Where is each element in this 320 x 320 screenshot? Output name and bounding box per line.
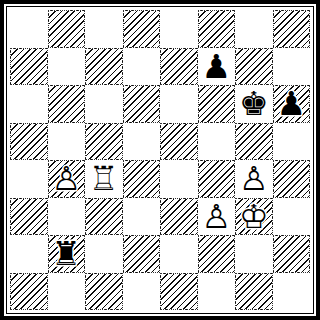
- piece-white-pawn-f3[interactable]: ♟♙: [198, 198, 236, 236]
- square-b4[interactable]: ♟♙: [48, 160, 86, 198]
- piece-black-pawn-f7[interactable]: ♟♟: [198, 48, 236, 86]
- square-c4[interactable]: ♜♖: [85, 160, 123, 198]
- square-a2[interactable]: [10, 235, 48, 273]
- square-c3[interactable]: [85, 198, 123, 236]
- square-a4[interactable]: [10, 160, 48, 198]
- square-c1[interactable]: [85, 273, 123, 311]
- square-h3[interactable]: [273, 198, 311, 236]
- square-h6[interactable]: ♟♟: [273, 85, 311, 123]
- square-f2[interactable]: [198, 235, 236, 273]
- square-b3[interactable]: [48, 198, 86, 236]
- square-b1[interactable]: [48, 273, 86, 311]
- square-f8[interactable]: [198, 10, 236, 48]
- white-pawn-icon: ♙: [239, 162, 269, 195]
- piece-white-rook-c4[interactable]: ♜♖: [85, 160, 123, 198]
- square-a8[interactable]: [10, 10, 48, 48]
- black-pawn-icon: ♟: [276, 87, 306, 120]
- piece-white-pawn-g4[interactable]: ♟♙: [235, 160, 273, 198]
- square-f7[interactable]: ♟♟: [198, 48, 236, 86]
- white-rook-icon: ♖: [89, 162, 119, 195]
- black-king-icon: ♚: [239, 87, 269, 120]
- square-f5[interactable]: [198, 123, 236, 161]
- square-e1[interactable]: [160, 273, 198, 311]
- square-e2[interactable]: [160, 235, 198, 273]
- piece-white-pawn-b4[interactable]: ♟♙: [49, 161, 85, 197]
- square-a1[interactable]: [10, 273, 48, 311]
- square-a6[interactable]: [10, 85, 48, 123]
- square-f1[interactable]: [198, 273, 236, 311]
- square-g1[interactable]: [235, 273, 273, 311]
- square-f4[interactable]: [198, 160, 236, 198]
- square-b2[interactable]: ♜♜: [48, 235, 86, 273]
- square-a5[interactable]: [10, 123, 48, 161]
- white-pawn-icon: ♙: [201, 200, 231, 233]
- square-h1[interactable]: [273, 273, 311, 311]
- square-b7[interactable]: [48, 48, 86, 86]
- square-e8[interactable]: [160, 10, 198, 48]
- square-g2[interactable]: [235, 235, 273, 273]
- square-g3[interactable]: ♚♔: [235, 198, 273, 236]
- square-h2[interactable]: [273, 235, 311, 273]
- square-c6[interactable]: [85, 85, 123, 123]
- square-c8[interactable]: [85, 10, 123, 48]
- square-d4[interactable]: [123, 160, 161, 198]
- white-pawn-icon: ♙: [51, 162, 81, 195]
- square-e6[interactable]: [160, 85, 198, 123]
- piece-black-rook-b2[interactable]: ♜♜: [49, 236, 85, 272]
- square-g4[interactable]: ♟♙: [235, 160, 273, 198]
- square-h8[interactable]: [273, 10, 311, 48]
- piece-black-pawn-h6[interactable]: ♟♟: [274, 86, 310, 122]
- square-a7[interactable]: [10, 48, 48, 86]
- square-a3[interactable]: [10, 198, 48, 236]
- piece-black-king-g6[interactable]: ♚♚: [235, 85, 273, 123]
- chess-board-inner-frame: ♟♟♚♚♟♟♟♙♜♖♟♙♟♙♚♔♜♜: [6, 6, 314, 314]
- white-king-icon: ♔: [239, 200, 269, 233]
- black-pawn-icon: ♟: [201, 50, 231, 83]
- square-c7[interactable]: [85, 48, 123, 86]
- square-d8[interactable]: [123, 10, 161, 48]
- piece-white-king-g3[interactable]: ♚♔: [236, 199, 272, 235]
- square-g8[interactable]: [235, 10, 273, 48]
- square-h5[interactable]: [273, 123, 311, 161]
- square-e3[interactable]: [160, 198, 198, 236]
- square-b5[interactable]: [48, 123, 86, 161]
- square-h4[interactable]: [273, 160, 311, 198]
- square-d2[interactable]: [123, 235, 161, 273]
- square-d1[interactable]: [123, 273, 161, 311]
- square-c2[interactable]: [85, 235, 123, 273]
- chess-board: ♟♟♚♚♟♟♟♙♜♖♟♙♟♙♚♔♜♜: [10, 10, 310, 310]
- square-e7[interactable]: [160, 48, 198, 86]
- square-c5[interactable]: [85, 123, 123, 161]
- square-b6[interactable]: [48, 85, 86, 123]
- square-d5[interactable]: [123, 123, 161, 161]
- square-e5[interactable]: [160, 123, 198, 161]
- square-h7[interactable]: [273, 48, 311, 86]
- square-g7[interactable]: [235, 48, 273, 86]
- chess-board-frame: ♟♟♚♚♟♟♟♙♜♖♟♙♟♙♚♔♜♜: [0, 0, 320, 320]
- black-rook-icon: ♜: [51, 237, 81, 270]
- square-d7[interactable]: [123, 48, 161, 86]
- square-d3[interactable]: [123, 198, 161, 236]
- square-g5[interactable]: [235, 123, 273, 161]
- square-e4[interactable]: [160, 160, 198, 198]
- square-b8[interactable]: [48, 10, 86, 48]
- square-f6[interactable]: [198, 85, 236, 123]
- square-f3[interactable]: ♟♙: [198, 198, 236, 236]
- square-d6[interactable]: [123, 85, 161, 123]
- square-g6[interactable]: ♚♚: [235, 85, 273, 123]
